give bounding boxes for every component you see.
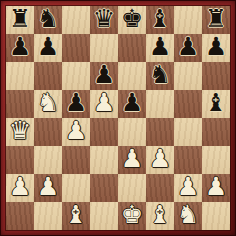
square-e7[interactable] [118, 34, 146, 62]
square-b8[interactable]: ♞ [34, 6, 62, 34]
square-d5[interactable]: ♟ [90, 90, 118, 118]
black-pawn[interactable]: ♟ [177, 33, 199, 61]
square-e8[interactable]: ♚ [118, 6, 146, 34]
square-e3[interactable]: ♟ [118, 146, 146, 174]
square-c5[interactable]: ♟ [62, 90, 90, 118]
white-pawn[interactable]: ♟ [177, 173, 199, 201]
white-pawn[interactable]: ♟ [65, 117, 87, 145]
square-h1[interactable] [202, 202, 230, 230]
square-f7[interactable]: ♟ [146, 34, 174, 62]
square-d4[interactable] [90, 118, 118, 146]
black-pawn[interactable]: ♟ [37, 33, 59, 61]
square-h4[interactable] [202, 118, 230, 146]
square-b4[interactable] [34, 118, 62, 146]
black-pawn[interactable]: ♟ [149, 33, 171, 61]
square-g1[interactable]: ♞ [174, 202, 202, 230]
black-pawn[interactable]: ♟ [121, 89, 143, 117]
black-bishop[interactable]: ♝ [149, 5, 171, 33]
square-c6[interactable] [62, 62, 90, 90]
white-pawn[interactable]: ♟ [149, 145, 171, 173]
square-g8[interactable] [174, 6, 202, 34]
square-h6[interactable] [202, 62, 230, 90]
square-c3[interactable] [62, 146, 90, 174]
square-d6[interactable]: ♟ [90, 62, 118, 90]
square-h5[interactable]: ♝ [202, 90, 230, 118]
square-a3[interactable] [6, 146, 34, 174]
square-a4[interactable]: ♛ [6, 118, 34, 146]
black-bishop[interactable]: ♝ [205, 89, 227, 117]
square-c2[interactable] [62, 174, 90, 202]
square-f1[interactable]: ♝ [146, 202, 174, 230]
board-frame: ♜♞♛♚♝♜♟♟♟♟♟♟♞♞♟♟♟♝♛♟♟♟♟♟♟♟♝♚♝♞ [0, 0, 236, 236]
square-b5[interactable]: ♞ [34, 90, 62, 118]
square-b7[interactable]: ♟ [34, 34, 62, 62]
square-b1[interactable] [34, 202, 62, 230]
square-c4[interactable]: ♟ [62, 118, 90, 146]
square-f4[interactable] [146, 118, 174, 146]
square-h7[interactable]: ♟ [202, 34, 230, 62]
square-c8[interactable] [62, 6, 90, 34]
black-knight[interactable]: ♞ [149, 61, 171, 89]
square-f8[interactable]: ♝ [146, 6, 174, 34]
white-knight[interactable]: ♞ [177, 201, 199, 229]
square-a7[interactable]: ♟ [6, 34, 34, 62]
square-e2[interactable] [118, 174, 146, 202]
black-king[interactable]: ♚ [121, 5, 143, 33]
white-pawn[interactable]: ♟ [121, 145, 143, 173]
square-c7[interactable] [62, 34, 90, 62]
square-g4[interactable] [174, 118, 202, 146]
square-f5[interactable] [146, 90, 174, 118]
black-rook[interactable]: ♜ [9, 5, 31, 33]
white-bishop[interactable]: ♝ [65, 201, 87, 229]
square-e5[interactable]: ♟ [118, 90, 146, 118]
square-e6[interactable] [118, 62, 146, 90]
square-g6[interactable] [174, 62, 202, 90]
square-a5[interactable] [6, 90, 34, 118]
white-knight[interactable]: ♞ [37, 89, 59, 117]
square-c1[interactable]: ♝ [62, 202, 90, 230]
black-queen[interactable]: ♛ [93, 5, 115, 33]
square-g2[interactable]: ♟ [174, 174, 202, 202]
square-f6[interactable]: ♞ [146, 62, 174, 90]
square-d1[interactable] [90, 202, 118, 230]
square-h8[interactable]: ♜ [202, 6, 230, 34]
white-pawn[interactable]: ♟ [205, 173, 227, 201]
white-bishop[interactable]: ♝ [149, 201, 171, 229]
square-b3[interactable] [34, 146, 62, 174]
square-d2[interactable] [90, 174, 118, 202]
white-king[interactable]: ♚ [121, 201, 143, 229]
square-a1[interactable] [6, 202, 34, 230]
black-pawn[interactable]: ♟ [93, 61, 115, 89]
black-pawn[interactable]: ♟ [9, 33, 31, 61]
black-pawn[interactable]: ♟ [65, 89, 87, 117]
square-f2[interactable] [146, 174, 174, 202]
white-pawn[interactable]: ♟ [93, 89, 115, 117]
square-e1[interactable]: ♚ [118, 202, 146, 230]
square-b6[interactable] [34, 62, 62, 90]
square-g7[interactable]: ♟ [174, 34, 202, 62]
square-a8[interactable]: ♜ [6, 6, 34, 34]
square-g5[interactable] [174, 90, 202, 118]
square-d7[interactable] [90, 34, 118, 62]
square-a6[interactable] [6, 62, 34, 90]
chess-board: ♜♞♛♚♝♜♟♟♟♟♟♟♞♞♟♟♟♝♛♟♟♟♟♟♟♟♝♚♝♞ [6, 6, 230, 230]
square-d8[interactable]: ♛ [90, 6, 118, 34]
white-queen[interactable]: ♛ [9, 117, 31, 145]
square-g3[interactable] [174, 146, 202, 174]
white-pawn[interactable]: ♟ [9, 173, 31, 201]
square-e4[interactable] [118, 118, 146, 146]
square-b2[interactable]: ♟ [34, 174, 62, 202]
square-a2[interactable]: ♟ [6, 174, 34, 202]
black-rook[interactable]: ♜ [205, 5, 227, 33]
black-knight[interactable]: ♞ [37, 5, 59, 33]
square-h3[interactable] [202, 146, 230, 174]
white-pawn[interactable]: ♟ [37, 173, 59, 201]
square-d3[interactable] [90, 146, 118, 174]
square-h2[interactable]: ♟ [202, 174, 230, 202]
square-f3[interactable]: ♟ [146, 146, 174, 174]
black-pawn[interactable]: ♟ [205, 33, 227, 61]
